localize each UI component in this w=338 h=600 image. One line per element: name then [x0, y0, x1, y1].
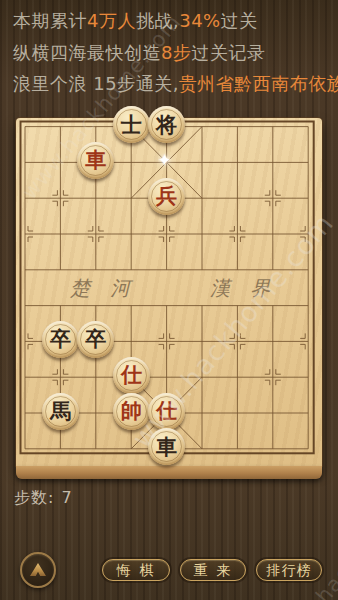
piece-character: 帥 [113, 393, 150, 430]
xiangqi-piece-black-soldier[interactable]: 卒 [42, 321, 79, 358]
xiangqi-piece-red-general[interactable]: 帥 [113, 393, 150, 430]
river-label-left: 楚 河 [70, 275, 137, 302]
xiangqi-game-screen: 本期累计4万人挑战,34%过关 纵横四海最快创造8步过关记录 浪里个浪 15步通… [0, 0, 338, 600]
restart-button[interactable]: 重 来 [180, 559, 246, 581]
piece-character: 兵 [148, 178, 185, 215]
xiangqi-piece-red-advisor[interactable]: 仕 [113, 357, 150, 394]
xiangqi-piece-red-chariot[interactable]: 車 [77, 142, 114, 179]
piece-character: 士 [113, 106, 150, 143]
xiangqi-piece-black-horse[interactable]: 馬 [42, 393, 79, 430]
xiangqi-piece-black-advisor[interactable]: 士 [113, 106, 150, 143]
xiangqi-piece-black-soldier[interactable]: 卒 [77, 321, 114, 358]
piece-character: 車 [148, 428, 185, 465]
announcement-panel: 本期累计4万人挑战,34%过关 纵横四海最快创造8步过关记录 浪里个浪 15步通… [0, 5, 338, 100]
step-counter-label: 步数: [14, 488, 54, 507]
river-label-right: 漢 界 [210, 275, 277, 302]
expand-menu-button[interactable] [20, 552, 56, 588]
step-counter-value: 7 [61, 488, 72, 507]
piece-character: 将 [148, 106, 185, 143]
piece-character: 卒 [77, 321, 114, 358]
board-bevel-edge [16, 466, 322, 479]
undo-move-button[interactable]: 悔 棋 [102, 559, 170, 581]
chevron-up-icon [30, 563, 46, 576]
step-counter: 步数:7 [14, 488, 73, 509]
announcement-line-1: 本期累计4万人挑战,34%过关 [0, 5, 338, 37]
piece-character: 仕 [113, 357, 150, 394]
piece-character: 卒 [42, 321, 79, 358]
xiangqi-piece-black-general[interactable]: 将 [148, 106, 185, 143]
xiangqi-piece-red-soldier[interactable]: 兵 [148, 178, 185, 215]
piece-character: 車 [77, 142, 114, 179]
announcement-line-3: 浪里个浪 15步通关,贵州省黔西南布依族苗族 [0, 68, 338, 100]
announcement-line-2: 纵横四海最快创造8步过关记录 [0, 37, 338, 69]
xiangqi-piece-red-advisor[interactable]: 仕 [148, 393, 185, 430]
leaderboard-button[interactable]: 排行榜 [256, 559, 322, 581]
piece-character: 仕 [148, 393, 185, 430]
xiangqi-piece-black-chariot[interactable]: 車 [148, 428, 185, 465]
piece-character: 馬 [42, 393, 79, 430]
